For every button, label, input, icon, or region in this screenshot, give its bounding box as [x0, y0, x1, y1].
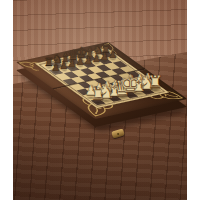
pieces-layer: ♜♞♝♛♚♝♞♜♟♟♟♟♟♟♟♟♟♟♟♟♟♟♟♟♜♞♝♛♚♝♞♜ [13, 0, 187, 200]
chess-piece-black-pawn: ♟ [109, 50, 118, 60]
chess-piece-white-rook: ♜ [147, 74, 163, 91]
product-photo: ♜♞♝♛♚♝♞♜♟♟♟♟♟♟♟♟♟♟♟♟♟♟♟♟♜♞♝♛♚♝♞♜ [13, 0, 187, 200]
